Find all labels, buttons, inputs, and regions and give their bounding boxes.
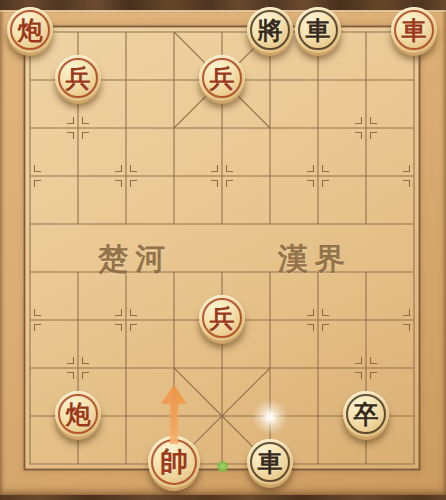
piece-glyph: 車 — [258, 450, 283, 475]
piece-glyph: 車 — [402, 18, 427, 43]
piece-red-炮[interactable]: 炮 — [7, 7, 53, 53]
piece-black-車[interactable]: 車 — [247, 439, 293, 485]
piece-glyph: 帥 — [160, 448, 188, 476]
piece-glyph: 兵 — [210, 66, 235, 91]
piece-red-帥[interactable]: 帥 — [148, 436, 200, 488]
piece-glyph: 炮 — [66, 402, 91, 427]
piece-glyph: 兵 — [210, 306, 235, 331]
piece-red-車[interactable]: 車 — [391, 7, 437, 53]
piece-black-卒[interactable]: 卒 — [343, 391, 389, 437]
piece-glyph: 車 — [306, 18, 331, 43]
piece-red-炮[interactable]: 炮 — [55, 391, 101, 437]
piece-glyph: 兵 — [66, 66, 91, 91]
piece-red-兵[interactable]: 兵 — [55, 55, 101, 101]
piece-glyph: 炮 — [18, 18, 43, 43]
piece-red-兵[interactable]: 兵 — [199, 55, 245, 101]
piece-glyph: 將 — [258, 18, 283, 43]
piece-black-車[interactable]: 車 — [295, 7, 341, 53]
piece-black-將[interactable]: 將 — [247, 7, 293, 53]
piece-glyph: 卒 — [354, 402, 379, 427]
piece-red-兵[interactable]: 兵 — [199, 295, 245, 341]
